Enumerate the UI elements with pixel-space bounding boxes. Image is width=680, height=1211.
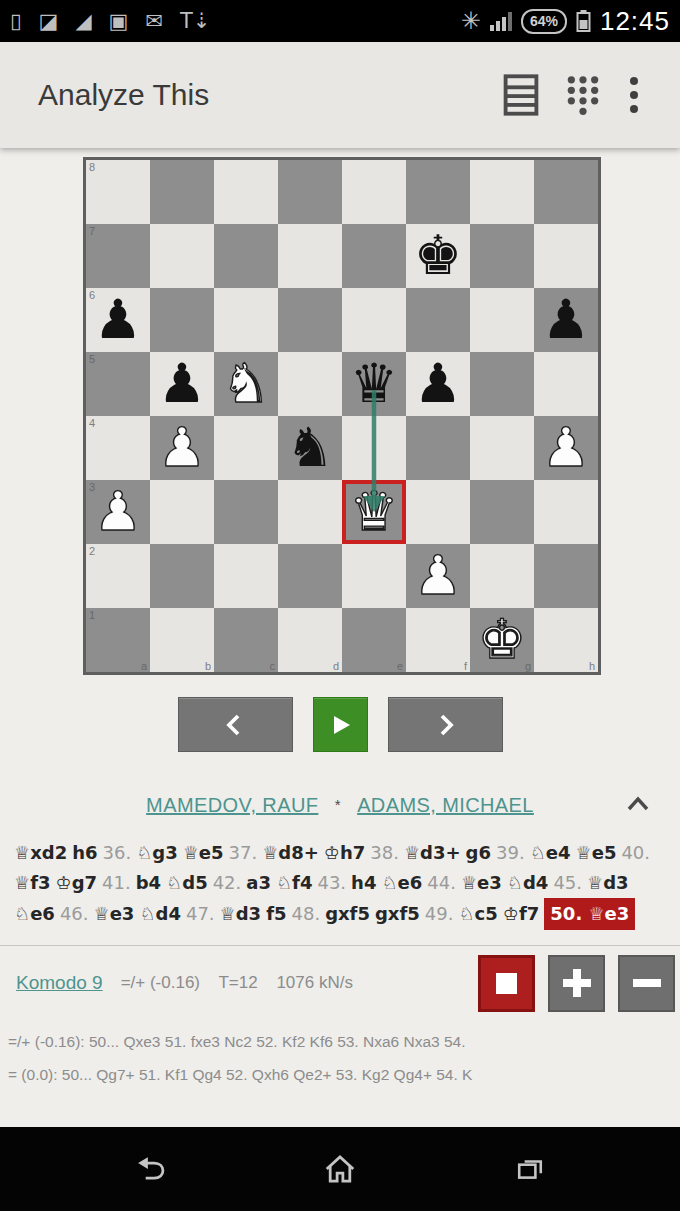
notification-icons: ▯ ◪ ◢ ▣ ✉ T⇣ [10, 0, 210, 42]
engine-eval: =/+ (-0.16) [121, 973, 200, 992]
move[interactable]: ♘e4 [530, 838, 571, 868]
engine-line-1[interactable]: =/+ (-0.16): 50... Qxe3 51. fxe3 Nc2 52.… [8, 1025, 680, 1058]
players-separator: * [335, 796, 341, 813]
square-a2[interactable]: 2 [86, 544, 150, 608]
back-icon[interactable] [131, 1152, 169, 1186]
square-b8[interactable] [150, 160, 214, 224]
square-b5[interactable]: ♟ [150, 352, 214, 416]
move[interactable]: ♘d4 [507, 868, 549, 898]
phone-screen: ▯ ◪ ◢ ▣ ✉ T⇣ ✳ 64% 12:45 Analyze This [0, 0, 680, 1211]
move[interactable]: ♘g3 [136, 838, 178, 868]
move[interactable]: ♕d3 [587, 868, 629, 898]
square-d3[interactable] [278, 480, 342, 544]
move[interactable]: a3 [246, 868, 271, 898]
data-usage-icon: ◢ [75, 0, 91, 42]
battery-icon [576, 9, 591, 33]
black-pawn[interactable]: ♟ [406, 352, 470, 416]
sms-icon: T⇣ [180, 0, 210, 42]
play-icon [326, 711, 354, 739]
move-number: 37. [229, 838, 258, 868]
square-b2[interactable] [150, 544, 214, 608]
black-pawn[interactable]: ♟ [534, 288, 598, 352]
square-g7[interactable] [470, 224, 534, 288]
move[interactable]: ♘f4 [276, 868, 313, 898]
square-b1[interactable]: b [150, 608, 214, 672]
file-label: g [525, 660, 531, 672]
board-container: 87♚6♟♟5♟♞♛♟4♟♞♟3♟♛2♟1abcdefg♚h [83, 157, 601, 675]
engine-row: Komodo 9 =/+ (-0.16) T=12 1076 kN/s [0, 953, 680, 1013]
square-f7[interactable]: ♚ [406, 224, 470, 288]
move[interactable]: ♘c5 [458, 899, 497, 929]
square-g8[interactable] [470, 160, 534, 224]
move-number: 39. [496, 838, 525, 868]
engine-speed: 1076 kN/s [276, 973, 353, 992]
sim-icon: ▯ [10, 0, 22, 42]
square-f3[interactable] [406, 480, 470, 544]
rank-label: 2 [89, 545, 95, 557]
white-pawn[interactable]: ♟ [406, 544, 470, 608]
square-d4[interactable]: ♞ [278, 416, 342, 480]
white-pawn[interactable]: ♟ [150, 416, 214, 480]
engine-name-link[interactable]: Komodo 9 [16, 972, 103, 994]
square-d7[interactable] [278, 224, 342, 288]
move[interactable]: ♕e3 [461, 868, 502, 898]
rank-label: 5 [89, 353, 95, 365]
black-pawn[interactable]: ♟ [86, 288, 150, 352]
move[interactable]: h6 [72, 838, 97, 868]
square-g3[interactable] [470, 480, 534, 544]
square-f2[interactable]: ♟ [406, 544, 470, 608]
square-d6[interactable] [278, 288, 342, 352]
move[interactable]: gxf5 [325, 899, 370, 929]
next-move-button[interactable] [388, 697, 503, 752]
move[interactable]: ♔f7 [503, 899, 540, 929]
file-label: c [270, 660, 276, 672]
roaming-icon: ✳ [461, 7, 481, 35]
move[interactable]: ♕e5 [183, 838, 224, 868]
square-c4[interactable] [214, 416, 278, 480]
square-g6[interactable] [470, 288, 534, 352]
screenshot-icon: ◪ [39, 0, 59, 42]
rank-label: 6 [89, 289, 95, 301]
current-move[interactable]: 50. ♕e3 [544, 898, 635, 930]
android-nav-bar [0, 1127, 680, 1211]
white-queen[interactable]: ♛ [342, 480, 406, 544]
black-player-link[interactable]: ADAMS, MICHAEL [357, 794, 534, 816]
move-number: 38. [370, 838, 399, 868]
move[interactable]: gxf5 [375, 899, 420, 929]
engine-info: =/+ (-0.16) T=12 1076 kN/s [121, 973, 367, 993]
square-e6[interactable] [342, 288, 406, 352]
battery-percent: 64% [530, 13, 558, 29]
square-b4[interactable]: ♟ [150, 416, 214, 480]
file-label: f [464, 660, 467, 672]
move-number: 44. [427, 868, 456, 898]
move[interactable]: ♕d3 [220, 899, 262, 929]
battery-indicator: 64% [521, 9, 567, 34]
square-b7[interactable] [150, 224, 214, 288]
black-knight[interactable]: ♞ [278, 416, 342, 480]
move[interactable]: ♘d4 [139, 899, 181, 929]
next-move-icon [431, 711, 459, 739]
square-c8[interactable] [214, 160, 278, 224]
square-h3[interactable] [534, 480, 598, 544]
move[interactable]: ♕e3 [94, 899, 135, 929]
square-b3[interactable] [150, 480, 214, 544]
rank-label: 1 [89, 609, 95, 621]
move-number: 36. [103, 838, 132, 868]
app-notification-icon: ▣ [109, 0, 129, 42]
game-notation-icon[interactable] [490, 64, 552, 126]
collapse-chevron-icon[interactable] [626, 796, 650, 815]
square-c5[interactable]: ♞ [214, 352, 278, 416]
square-h2[interactable] [534, 544, 598, 608]
white-knight[interactable]: ♞ [214, 352, 278, 416]
square-b6[interactable] [150, 288, 214, 352]
square-c7[interactable] [214, 224, 278, 288]
square-e8[interactable] [342, 160, 406, 224]
square-f8[interactable] [406, 160, 470, 224]
move[interactable]: ♕d3+ [404, 838, 461, 868]
white-player-link[interactable]: MAMEDOV, RAUF [146, 794, 318, 816]
move[interactable]: h4 [351, 868, 376, 898]
square-c6[interactable] [214, 288, 278, 352]
square-e3[interactable]: ♛ [342, 480, 406, 544]
white-pawn[interactable]: ♟ [86, 480, 150, 544]
move[interactable]: ♘e6 [381, 868, 422, 898]
move-number: 42. [213, 868, 242, 898]
move-number: 40. [621, 838, 650, 868]
square-a4[interactable]: 4 [86, 416, 150, 480]
move[interactable]: ♘d5 [166, 868, 208, 898]
square-f6[interactable] [406, 288, 470, 352]
square-g2[interactable] [470, 544, 534, 608]
move[interactable]: ♘e6 [14, 899, 55, 929]
square-a8[interactable]: 8 [86, 160, 150, 224]
divider [0, 945, 680, 946]
square-f4[interactable] [406, 416, 470, 480]
square-h1[interactable]: h [534, 608, 598, 672]
square-a7[interactable]: 7 [86, 224, 150, 288]
black-pawn[interactable]: ♟ [150, 352, 214, 416]
square-a3[interactable]: 3♟ [86, 480, 150, 544]
square-c2[interactable] [214, 544, 278, 608]
move[interactable]: ♔g7 [56, 868, 98, 898]
app-bar: Analyze This [0, 42, 680, 148]
play-button[interactable] [313, 697, 368, 752]
rank-label: 4 [89, 417, 95, 429]
file-label: b [205, 660, 211, 672]
square-g4[interactable] [470, 416, 534, 480]
stop-engine-button[interactable] [478, 955, 535, 1012]
previous-move-icon [221, 711, 249, 739]
file-label: a [141, 660, 147, 672]
square-f5[interactable]: ♟ [406, 352, 470, 416]
move-number: 47. [186, 899, 215, 929]
clock: 12:45 [600, 6, 670, 37]
square-h5[interactable] [534, 352, 598, 416]
remove-engine-line-button[interactable] [618, 955, 675, 1012]
move-number: 45. [553, 868, 582, 898]
move-list: ♕xd2h636.♘g3♕e537.♕d8+♔h738.♕d3+g639.♘e4… [14, 838, 666, 930]
move[interactable]: b4 [136, 868, 161, 898]
move[interactable]: ♕e5 [576, 838, 617, 868]
analysis-lines: =/+ (-0.16): 50... Qxe3 51. fxe3 Nc2 52.… [8, 1025, 680, 1091]
move-number: 48. [291, 899, 320, 929]
move[interactable]: ♕xd2 [14, 838, 67, 868]
move-number: 46. [60, 899, 89, 929]
move-controls [0, 697, 680, 752]
chess-board[interactable]: 87♚6♟♟5♟♞♛♟4♟♞♟3♟♛2♟1abcdefg♚h [83, 157, 601, 675]
file-label: h [589, 660, 595, 672]
square-c3[interactable] [214, 480, 278, 544]
square-d5[interactable] [278, 352, 342, 416]
square-e5[interactable]: ♛ [342, 352, 406, 416]
move[interactable]: ♕f3 [14, 868, 51, 898]
square-e1[interactable]: e [342, 608, 406, 672]
square-g5[interactable] [470, 352, 534, 416]
home-icon[interactable] [321, 1152, 359, 1186]
move-number: 43. [317, 868, 346, 898]
file-label: e [397, 660, 403, 672]
move[interactable]: f5 [266, 899, 286, 929]
email-icon: ✉ [145, 0, 163, 42]
square-a5[interactable]: 5 [86, 352, 150, 416]
square-h6[interactable]: ♟ [534, 288, 598, 352]
previous-move-button[interactable] [178, 697, 293, 752]
square-d2[interactable] [278, 544, 342, 608]
move[interactable]: ♔h7 [324, 838, 365, 868]
square-h7[interactable] [534, 224, 598, 288]
signal-strength-icon [490, 11, 512, 31]
move-number: 41. [102, 868, 131, 898]
square-f1[interactable]: f [406, 608, 470, 672]
square-h4[interactable]: ♟ [534, 416, 598, 480]
black-queen[interactable]: ♛ [342, 352, 406, 416]
move[interactable]: g6 [466, 838, 491, 868]
square-e7[interactable] [342, 224, 406, 288]
square-e4[interactable] [342, 416, 406, 480]
rank-label: 8 [89, 161, 95, 173]
black-king[interactable]: ♚ [406, 224, 470, 288]
white-pawn[interactable]: ♟ [534, 416, 598, 480]
setup-board-keypad-icon[interactable] [552, 64, 614, 126]
status-bar: ▯ ◪ ◢ ▣ ✉ T⇣ ✳ 64% 12:45 [0, 0, 680, 42]
recents-icon[interactable] [511, 1152, 549, 1186]
players-row: MAMEDOV, RAUF * ADAMS, MICHAEL [0, 794, 680, 826]
remove-engine-line-icon [633, 979, 661, 987]
square-a6[interactable]: 6♟ [86, 288, 150, 352]
square-h8[interactable] [534, 160, 598, 224]
move[interactable]: ♕d8+ [262, 838, 319, 868]
square-c1[interactable]: c [214, 608, 278, 672]
engine-depth: T=12 [218, 973, 257, 992]
square-e2[interactable] [342, 544, 406, 608]
file-label: d [333, 660, 339, 672]
move-number: 49. [425, 899, 454, 929]
engine-line-2[interactable]: = (0.0): 50... Qg7+ 51. Kf1 Qg4 52. Qxh6… [8, 1058, 680, 1091]
page-title: Analyze This [38, 78, 490, 112]
overflow-menu-icon[interactable] [614, 64, 654, 126]
square-g1[interactable]: g♚ [470, 608, 534, 672]
square-d1[interactable]: d [278, 608, 342, 672]
add-engine-line-button[interactable] [548, 955, 605, 1012]
square-a1[interactable]: 1a [86, 608, 150, 672]
add-engine-line-icon [563, 969, 591, 997]
square-d8[interactable] [278, 160, 342, 224]
rank-label: 7 [89, 225, 95, 237]
stop-engine-icon [496, 973, 517, 994]
rank-label: 3 [89, 481, 95, 493]
